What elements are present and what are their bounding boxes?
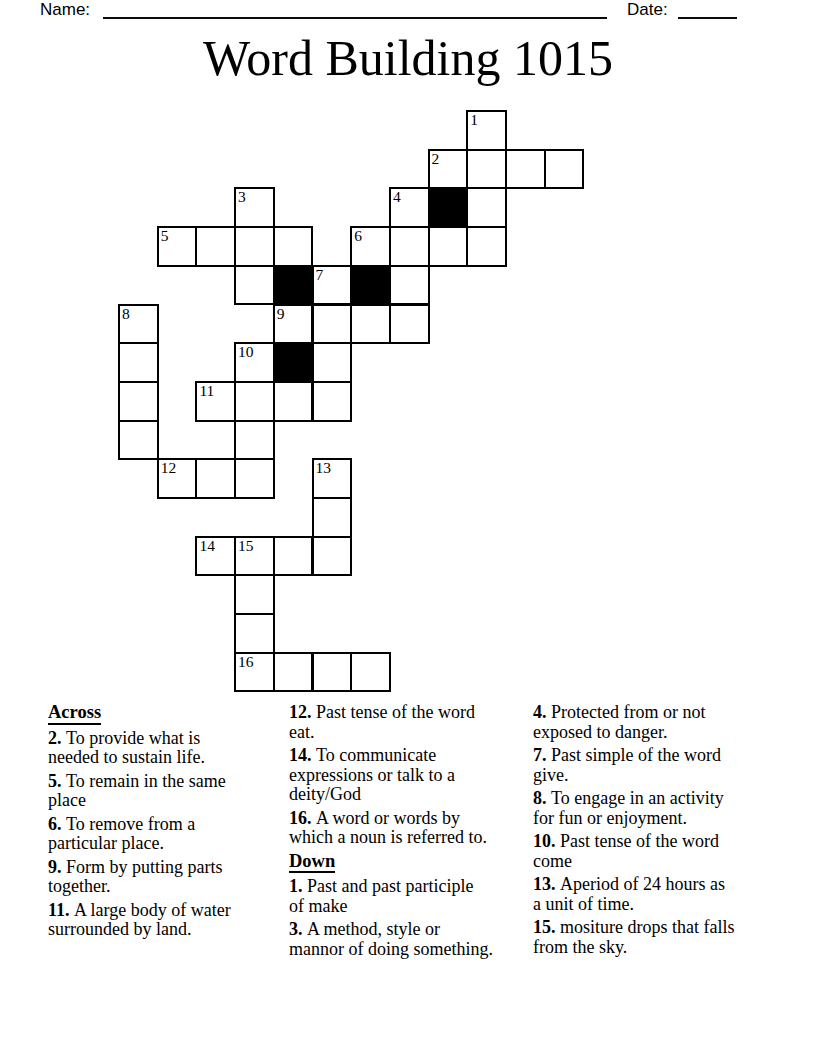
- grid-cell[interactable]: 13: [312, 458, 353, 499]
- grid-cell[interactable]: [389, 304, 430, 345]
- grid-cell[interactable]: [273, 652, 314, 693]
- grid-cell[interactable]: [350, 304, 391, 345]
- clue-across-9: 9.Form by putting parts together.: [48, 858, 286, 897]
- grid-cell[interactable]: 2: [428, 149, 469, 190]
- clue-across-2: 2.To provide what is needed to sustain l…: [48, 729, 286, 768]
- grid-cell[interactable]: 8: [118, 304, 159, 345]
- grid-cell[interactable]: [466, 226, 507, 267]
- cell-number: 5: [161, 228, 169, 244]
- grid-cell[interactable]: [234, 226, 275, 267]
- clue-text: Past tense of the word come: [533, 831, 719, 871]
- grid-cell[interactable]: 10: [234, 342, 275, 383]
- name-label: Name:: [40, 1, 90, 18]
- grid-cell[interactable]: 4: [389, 187, 430, 228]
- grid-cell[interactable]: [273, 536, 314, 577]
- clue-down-13: 13.Aperiod of 24 hours as a unit of time…: [533, 875, 769, 914]
- cell-number: 14: [199, 538, 215, 554]
- grid-cell[interactable]: [389, 226, 430, 267]
- down-heading-text: Down: [289, 852, 335, 874]
- cell-number: 10: [238, 344, 254, 360]
- name-input-line[interactable]: [103, 2, 607, 19]
- grid-cell[interactable]: [118, 381, 159, 422]
- grid-cell[interactable]: 16: [234, 652, 275, 693]
- grid-cell[interactable]: [389, 265, 430, 306]
- clues-section: Across2.To provide what is needed to sus…: [0, 703, 816, 1056]
- clue-down-8: 8.To engage in an activity for fun or en…: [533, 789, 769, 828]
- clue-text: To provide what is needed to sustain lif…: [48, 728, 205, 768]
- clue-number: 2.: [48, 728, 62, 748]
- cell-number: 6: [354, 228, 362, 244]
- across-heading-text: Across: [48, 703, 101, 725]
- clue-number: 16.: [289, 808, 312, 828]
- grid-cell[interactable]: [273, 381, 314, 422]
- clue-text: To remain in the same place: [48, 771, 226, 811]
- grid-cell[interactable]: [466, 187, 507, 228]
- grid-cell[interactable]: [234, 458, 275, 499]
- clue-across-12: 12.Past tense of the word eat.: [289, 703, 525, 742]
- grid-cell[interactable]: 6: [350, 226, 391, 267]
- grid-cell[interactable]: 11: [195, 381, 236, 422]
- clue-text: A word or words by which a noun is refer…: [289, 808, 487, 848]
- clue-text: Form by putting parts together.: [48, 857, 223, 897]
- cell-number: 1: [470, 112, 478, 128]
- clue-down-7: 7.Past simple of the word give.: [533, 746, 769, 785]
- clue-text: mositure drops that falls from the sky.: [533, 917, 734, 957]
- grid-cell[interactable]: [118, 342, 159, 383]
- date-input-line[interactable]: [678, 2, 737, 19]
- cell-number: 15: [238, 538, 254, 554]
- clue-down-10: 10.Past tense of the word come: [533, 832, 769, 871]
- cell-number: 13: [316, 460, 332, 476]
- grid-cell[interactable]: [234, 420, 275, 461]
- clue-text: Past tense of the word eat.: [289, 702, 475, 742]
- grid-cell[interactable]: [312, 497, 353, 538]
- grid-cell[interactable]: [428, 226, 469, 267]
- grid-cell[interactable]: [273, 226, 314, 267]
- blocked-cell: [273, 342, 314, 383]
- grid-cell[interactable]: [505, 149, 546, 190]
- grid-cell[interactable]: [312, 342, 353, 383]
- grid-cell[interactable]: [544, 149, 585, 190]
- clue-text: Past simple of the word give.: [533, 745, 721, 785]
- grid-cell[interactable]: [234, 574, 275, 615]
- grid-cell[interactable]: 9: [273, 304, 314, 345]
- clue-across-5: 5.To remain in the same place: [48, 772, 286, 811]
- clue-number: 14.: [289, 745, 312, 765]
- cell-number: 4: [393, 189, 401, 205]
- clue-across-16: 16.A word or words by which a noun is re…: [289, 809, 525, 848]
- clue-text: A method, style or mannor of doing somet…: [289, 919, 493, 959]
- grid-cell[interactable]: [118, 420, 159, 461]
- clue-text: Past and past participle of make: [289, 876, 473, 916]
- grid-cell[interactable]: 15: [234, 536, 275, 577]
- cell-number: 3: [238, 189, 246, 205]
- grid-cell[interactable]: [312, 652, 353, 693]
- cell-number: 11: [199, 383, 214, 399]
- blocked-cell: [428, 187, 469, 228]
- clue-text: To communicate expressions or talk to a …: [289, 745, 455, 804]
- clue-number: 15.: [533, 917, 556, 937]
- clue-text: Aperiod of 24 hours as a unit of time.: [533, 874, 725, 914]
- cell-number: 9: [277, 306, 285, 322]
- grid-cell[interactable]: [312, 381, 353, 422]
- grid-cell[interactable]: [312, 536, 353, 577]
- grid-cell[interactable]: 3: [234, 187, 275, 228]
- clue-number: 1.: [289, 876, 303, 896]
- clue-number: 12.: [289, 702, 312, 722]
- clue-down-3: 3.A method, style or mannor of doing som…: [289, 920, 525, 959]
- grid-cell[interactable]: [195, 458, 236, 499]
- clue-number: 9.: [48, 857, 62, 877]
- blocked-cell: [273, 265, 314, 306]
- clue-column-1: Across2.To provide what is needed to sus…: [48, 703, 286, 944]
- date-label: Date:: [627, 1, 668, 18]
- worksheet-page: Name: Date: Word Building 1015 123456789…: [0, 0, 816, 1056]
- blocked-cell: [350, 265, 391, 306]
- clue-text: To remove from a particular place.: [48, 814, 195, 854]
- grid-cell[interactable]: 5: [157, 226, 198, 267]
- cell-number: 7: [316, 267, 324, 283]
- clue-column-2: 12.Past tense of the word eat.14.To comm…: [289, 703, 525, 963]
- clue-number: 8.: [533, 788, 547, 808]
- clue-across-6: 6.To remove from a particular place.: [48, 815, 286, 854]
- clue-number: 3.: [289, 919, 303, 939]
- across-heading: Across: [48, 703, 286, 725]
- clue-column-3: 4.Protected from or not exposed to dange…: [533, 703, 769, 961]
- grid-cell[interactable]: [312, 304, 353, 345]
- grid-cell[interactable]: 12: [157, 458, 198, 499]
- grid-cell[interactable]: 14: [195, 536, 236, 577]
- cell-number: 2: [432, 151, 440, 167]
- down-heading: Down: [289, 852, 525, 874]
- clue-across-14: 14.To communicate expressions or talk to…: [289, 746, 525, 805]
- clue-text: Protected from or not exposed to danger.: [533, 702, 705, 742]
- clue-number: 7.: [533, 745, 547, 765]
- grid-cell[interactable]: 1: [466, 110, 507, 151]
- clue-number: 4.: [533, 702, 547, 722]
- clue-number: 6.: [48, 814, 62, 834]
- cell-number: 12: [161, 460, 177, 476]
- grid-cell[interactable]: [234, 381, 275, 422]
- cell-number: 8: [122, 306, 130, 322]
- grid-cell[interactable]: [234, 265, 275, 306]
- page-title: Word Building 1015: [0, 32, 816, 84]
- clue-number: 10.: [533, 831, 556, 851]
- clue-number: 5.: [48, 771, 62, 791]
- clue-down-4: 4.Protected from or not exposed to dange…: [533, 703, 769, 742]
- clue-down-15: 15.mositure drops that falls from the sk…: [533, 918, 769, 957]
- grid-cell[interactable]: [466, 149, 507, 190]
- clue-number: 11.: [48, 900, 70, 920]
- cell-number: 16: [238, 654, 254, 670]
- grid-cell[interactable]: [350, 652, 391, 693]
- clue-text: A large body of water surrounded by land…: [48, 900, 231, 940]
- clue-number: 13.: [533, 874, 556, 894]
- grid-cell[interactable]: [195, 226, 236, 267]
- grid-cell[interactable]: 7: [312, 265, 353, 306]
- clue-down-1: 1.Past and past participle of make: [289, 877, 525, 916]
- clue-text: To engage in an activity for fun or enjo…: [533, 788, 724, 828]
- grid-cell[interactable]: [234, 613, 275, 654]
- clue-across-11: 11.A large body of water surrounded by l…: [48, 901, 286, 940]
